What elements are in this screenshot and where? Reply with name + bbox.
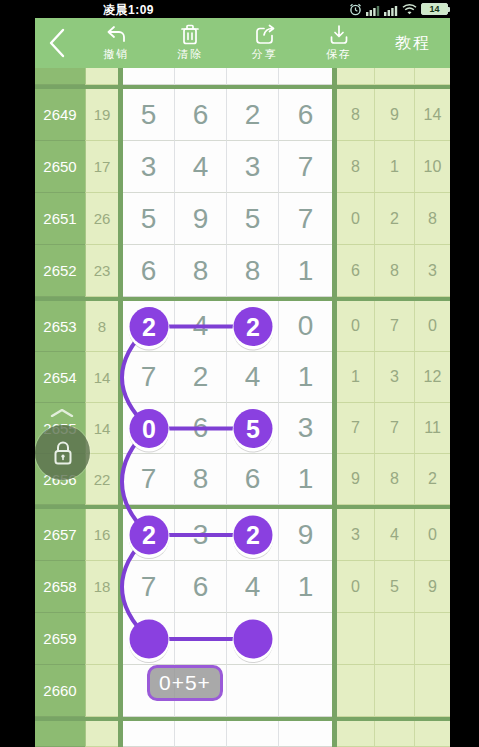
digit-cell[interactable]: 8 (175, 245, 227, 297)
digit-cell[interactable]: 8 (227, 245, 279, 297)
stat-cell: 5 (375, 561, 415, 613)
digit-cell[interactable]: 0 (279, 301, 332, 352)
stat-cell: 12 (415, 352, 450, 403)
digit-cell[interactable]: 5 (227, 193, 279, 245)
digit-cell[interactable]: 7 (279, 141, 332, 193)
digit-cell[interactable]: 3 (123, 141, 175, 193)
sum-cell: 14 (85, 352, 118, 403)
digit-cell[interactable]: 6 (279, 89, 332, 141)
stat-cell (337, 68, 375, 85)
save-label: 保存 (326, 47, 352, 62)
stat-cell (337, 665, 375, 717)
toolbar: 撤销 清除 分享 (35, 18, 450, 68)
digit-cell[interactable]: 8 (175, 454, 227, 505)
digit-cell[interactable]: 7 (279, 193, 332, 245)
stat-cell (337, 721, 375, 747)
sum-cell: 8 (85, 301, 118, 352)
signal-icon (366, 3, 380, 16)
stat-cell: 14 (415, 89, 450, 141)
stat-cell: 1 (337, 352, 375, 403)
clear-button[interactable]: 清除 (153, 24, 227, 62)
digit-cell[interactable]: 2 (227, 89, 279, 141)
digit-cell[interactable] (279, 665, 332, 717)
status-icons: 14 (349, 2, 448, 16)
digit-cell[interactable] (279, 613, 332, 665)
sum-cell: 17 (85, 141, 118, 193)
stat-cell (415, 613, 450, 665)
issue-cell: 2660 (35, 665, 85, 717)
battery-level: 14 (429, 4, 439, 14)
sum-cell: 23 (85, 245, 118, 297)
share-icon (254, 24, 276, 45)
digit-cell[interactable]: 0 (123, 403, 175, 454)
digit-cell[interactable]: 3 (279, 403, 332, 454)
digit-cell[interactable] (175, 721, 227, 747)
stat-cell: 8 (337, 89, 375, 141)
digit-cell[interactable] (279, 721, 332, 747)
stat-cell: 0 (337, 561, 375, 613)
digit-cell[interactable]: 2 (227, 509, 279, 561)
sum-cell (85, 721, 118, 747)
save-button[interactable]: 保存 (302, 24, 376, 62)
digit-cell[interactable]: 7 (123, 454, 175, 505)
digit-cell[interactable]: 4 (227, 352, 279, 403)
digit-cell[interactable]: 5 (227, 403, 279, 454)
stat-cell: 0 (337, 301, 375, 352)
digit-cell[interactable]: 6 (123, 245, 175, 297)
stat-cell: 0 (337, 193, 375, 245)
stat-cell: 7 (375, 301, 415, 352)
digit-cell[interactable]: 7 (123, 352, 175, 403)
stat-cell: 8 (375, 454, 415, 505)
stat-cell (375, 665, 415, 717)
save-icon (328, 24, 350, 45)
digit-cell[interactable]: 4 (227, 561, 279, 613)
stat-cell: 9 (375, 89, 415, 141)
digit-cell[interactable]: 3 (175, 509, 227, 561)
chevron-up-icon (50, 409, 74, 417)
digit-cell[interactable]: 4 (175, 141, 227, 193)
stat-cell (337, 613, 375, 665)
digit-cell[interactable]: 6 (175, 89, 227, 141)
stat-cell: 7 (337, 403, 375, 454)
issue-cell: 2654 (35, 352, 85, 403)
stat-cell: 9 (337, 454, 375, 505)
stat-cell: 6 (337, 245, 375, 297)
sum-cell (85, 613, 118, 665)
stat-cell: 7 (375, 403, 415, 454)
sum-cell: 22 (85, 454, 118, 505)
stat-cell: 3 (375, 352, 415, 403)
issue-cell: 2649 (35, 89, 85, 141)
issue-cell: 2650 (35, 141, 85, 193)
digit-cell[interactable]: 3 (227, 141, 279, 193)
digit-cell[interactable] (123, 721, 175, 747)
stat-cell: 0 (415, 509, 450, 561)
back-chevron-icon (48, 28, 66, 58)
sum-cell (85, 665, 118, 717)
stat-cell: 10 (415, 141, 450, 193)
stat-cell: 9 (415, 561, 450, 613)
digit-cell[interactable]: 9 (279, 509, 332, 561)
stat-cell: 4 (375, 509, 415, 561)
issue-cell: 2659 (35, 613, 85, 665)
stat-cell: 8 (375, 245, 415, 297)
stat-cell (375, 721, 415, 747)
stat-cell: 8 (415, 193, 450, 245)
share-button[interactable]: 分享 (228, 24, 302, 62)
stat-cell: 2 (375, 193, 415, 245)
issue-cell (35, 68, 85, 85)
sum-cell: 16 (85, 509, 118, 561)
stat-cell: 0 (415, 301, 450, 352)
digit-cell[interactable]: 2 (123, 509, 175, 561)
digit-cell[interactable]: 1 (279, 454, 332, 505)
digit-cell[interactable] (123, 613, 175, 665)
lock-icon (51, 440, 75, 466)
lock-button[interactable] (35, 425, 90, 480)
stat-cell: 1 (375, 141, 415, 193)
clear-label: 清除 (177, 47, 203, 62)
stat-cell: 11 (415, 403, 450, 454)
digit-cell[interactable]: 1 (279, 352, 332, 403)
share-label: 分享 (252, 47, 278, 62)
digit-cell[interactable]: 1 (279, 561, 332, 613)
issue-cell (35, 721, 85, 747)
issue-cell: 2657 (35, 509, 85, 561)
digit-cell[interactable]: 6 (227, 454, 279, 505)
digit-cell[interactable]: 2 (175, 352, 227, 403)
digit-cell[interactable]: 5 (123, 193, 175, 245)
stat-cell (415, 721, 450, 747)
signal-icon (384, 3, 398, 16)
digit-cell[interactable] (227, 721, 279, 747)
stat-cell (375, 68, 415, 85)
issue-cell: 2658 (35, 561, 85, 613)
trend-table: 2649195626891426501734378110265126595702… (35, 68, 450, 747)
stat-cell (415, 665, 450, 717)
stat-cell: 3 (415, 245, 450, 297)
digit-cell[interactable]: 4 (175, 301, 227, 352)
stat-cell (415, 68, 450, 85)
issue-cell: 2652 (35, 245, 85, 297)
selection-tag: 0+5+ (147, 665, 223, 701)
stat-cell: 8 (337, 141, 375, 193)
digit-cell[interactable]: 9 (175, 193, 227, 245)
digit-cell[interactable] (279, 68, 332, 85)
sum-cell: 18 (85, 561, 118, 613)
digit-cell[interactable]: 7 (123, 561, 175, 613)
phone-screen: 凌晨1:09 14 (0, 0, 479, 747)
digit-cell[interactable]: 2 (227, 301, 279, 352)
app-window: 撤销 清除 分享 (35, 18, 450, 747)
digit-cell[interactable]: 5 (123, 89, 175, 141)
stat-cell (375, 613, 415, 665)
sum-cell (85, 68, 118, 85)
sum-cell: 19 (85, 89, 118, 141)
undo-label: 撤销 (103, 47, 129, 62)
digit-cell[interactable]: 2 (123, 301, 175, 352)
digit-cell[interactable] (123, 68, 175, 85)
issue-cell: 2653 (35, 301, 85, 352)
sum-cell: 26 (85, 193, 118, 245)
digit-cell[interactable] (227, 665, 279, 717)
stat-cell: 3 (337, 509, 375, 561)
digit-cell[interactable] (175, 613, 227, 665)
back-button[interactable] (35, 18, 79, 68)
issue-cell: 2651 (35, 193, 85, 245)
digit-cell[interactable]: 6 (175, 561, 227, 613)
wifi-icon (402, 3, 417, 15)
status-bar: 凌晨1:09 14 (0, 0, 479, 18)
stat-cell: 2 (415, 454, 450, 505)
status-time: 凌晨1:09 (103, 2, 154, 19)
digit-cell[interactable] (227, 68, 279, 85)
battery-icon: 14 (421, 3, 448, 15)
undo-icon (105, 25, 127, 45)
sum-cell: 14 (85, 403, 118, 454)
undo-button[interactable]: 撤销 (79, 25, 153, 62)
digit-cell[interactable] (227, 613, 279, 665)
trash-icon (180, 24, 200, 45)
alarm-icon (349, 3, 362, 16)
digit-cell[interactable] (175, 68, 227, 85)
digit-cell[interactable]: 1 (279, 245, 332, 297)
tutorial-button[interactable]: 教程 (376, 33, 450, 54)
digit-cell[interactable]: 6 (175, 403, 227, 454)
